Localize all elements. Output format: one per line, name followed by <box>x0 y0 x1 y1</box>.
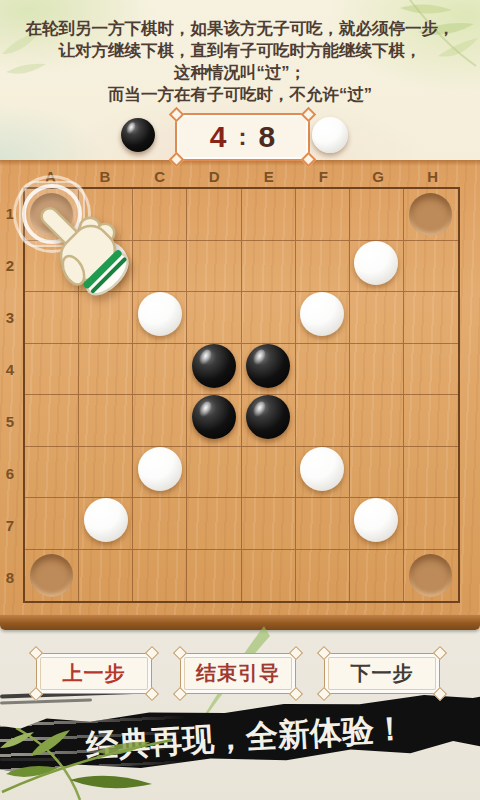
black-stone-D5 <box>192 395 236 439</box>
corner-hole-H1 <box>409 193 452 236</box>
col-label-H: H <box>405 167 460 186</box>
score-separator: : <box>239 125 247 149</box>
frame-corner <box>289 646 303 660</box>
cell-H8[interactable] <box>404 550 458 602</box>
frame-corner <box>301 107 317 123</box>
frame-corner <box>433 646 447 660</box>
frame-corner <box>145 687 159 701</box>
cell-G7[interactable] <box>350 498 404 550</box>
col-label-F: F <box>296 167 351 186</box>
app-screen: 在轮到另一方下棋时，如果该方无子可吃，就必须停一步， 让对方继续下棋，直到有子可… <box>0 0 480 800</box>
cell-F1[interactable] <box>296 189 350 241</box>
cell-E6[interactable] <box>242 447 296 499</box>
game-board: ABCDEFGH 12345678 <box>0 160 480 615</box>
cell-H6[interactable] <box>404 447 458 499</box>
black-score-stone <box>121 118 155 152</box>
end-guide-label: 结束引导 <box>196 660 280 687</box>
row-label-2: 2 <box>0 239 20 291</box>
frame-corner <box>145 646 159 660</box>
row-labels: 12345678 <box>0 187 20 603</box>
cell-C7[interactable] <box>133 498 187 550</box>
corner-hole-H8 <box>409 554 452 597</box>
cell-H2[interactable] <box>404 241 458 293</box>
cell-F3[interactable] <box>296 292 350 344</box>
black-stone-E5 <box>246 395 290 439</box>
cell-A5[interactable] <box>25 395 79 447</box>
rules-banner: 在轮到另一方下棋时，如果该方无子可吃，就必须停一步， 让对方继续下棋，直到有子可… <box>0 0 480 160</box>
rule-line-4: 而当一方在有子可吃时，不允许“过” <box>0 83 480 105</box>
cell-D1[interactable] <box>187 189 241 241</box>
cell-B7[interactable] <box>79 498 133 550</box>
rule-line-2: 让对方继续下棋，直到有子可吃时方能继续下棋， <box>0 39 480 61</box>
cell-E1[interactable] <box>242 189 296 241</box>
cell-H1[interactable] <box>404 189 458 241</box>
bottom-panel: 上一步 结束引导 下一步 经典再现，全新体验！ <box>0 630 480 800</box>
cell-C8[interactable] <box>133 550 187 602</box>
cell-F4[interactable] <box>296 344 350 396</box>
black-stone-D4 <box>192 344 236 388</box>
score-bar: 4 : 8 <box>0 108 480 160</box>
prev-step-button[interactable]: 上一步 <box>36 653 152 694</box>
cell-A7[interactable] <box>25 498 79 550</box>
row-label-5: 5 <box>0 395 20 447</box>
cell-D2[interactable] <box>187 241 241 293</box>
cell-G8[interactable] <box>350 550 404 602</box>
rules-text: 在轮到另一方下棋时，如果该方无子可吃，就必须停一步， 让对方继续下棋，直到有子可… <box>0 17 480 105</box>
white-score-stone <box>312 117 348 153</box>
cell-H5[interactable] <box>404 395 458 447</box>
cell-F5[interactable] <box>296 395 350 447</box>
bamboo-leaves-bottom-left-icon <box>0 728 212 800</box>
cell-H7[interactable] <box>404 498 458 550</box>
prev-step-label: 上一步 <box>63 660 126 687</box>
white-stone-G2 <box>354 241 398 285</box>
cell-F2[interactable] <box>296 241 350 293</box>
score-box: 4 : 8 <box>175 113 310 161</box>
cell-G3[interactable] <box>350 292 404 344</box>
cell-A8[interactable] <box>25 550 79 602</box>
cell-G2[interactable] <box>350 241 404 293</box>
corner-hole-A8 <box>30 554 73 597</box>
col-label-C: C <box>132 167 187 186</box>
row-label-3: 3 <box>0 291 20 343</box>
cell-A6[interactable] <box>25 447 79 499</box>
cell-D3[interactable] <box>187 292 241 344</box>
cell-G4[interactable] <box>350 344 404 396</box>
rule-line-3: 这种情况叫“过”； <box>0 61 480 83</box>
row-label-7: 7 <box>0 499 20 551</box>
row-label-6: 6 <box>0 447 20 499</box>
cell-B6[interactable] <box>79 447 133 499</box>
col-label-E: E <box>242 167 297 186</box>
cell-E5[interactable] <box>242 395 296 447</box>
cell-D7[interactable] <box>187 498 241 550</box>
frame-corner <box>289 687 303 701</box>
cell-D5[interactable] <box>187 395 241 447</box>
cell-E7[interactable] <box>242 498 296 550</box>
white-stone-G7 <box>354 498 398 542</box>
row-label-4: 4 <box>0 343 20 395</box>
cell-H3[interactable] <box>404 292 458 344</box>
cell-E4[interactable] <box>242 344 296 396</box>
cell-F6[interactable] <box>296 447 350 499</box>
cell-D6[interactable] <box>187 447 241 499</box>
cell-E2[interactable] <box>242 241 296 293</box>
cell-G6[interactable] <box>350 447 404 499</box>
tutorial-hand-cursor <box>24 192 146 314</box>
black-stone-E4 <box>246 344 290 388</box>
cell-D8[interactable] <box>187 550 241 602</box>
row-label-8: 8 <box>0 551 20 603</box>
white-stone-C6 <box>138 447 182 491</box>
cell-E3[interactable] <box>242 292 296 344</box>
cell-B8[interactable] <box>79 550 133 602</box>
frame-corner <box>317 646 331 660</box>
cell-C5[interactable] <box>133 395 187 447</box>
col-label-G: G <box>351 167 406 186</box>
cell-D4[interactable] <box>187 344 241 396</box>
cell-G1[interactable] <box>350 189 404 241</box>
cell-F7[interactable] <box>296 498 350 550</box>
cell-B5[interactable] <box>79 395 133 447</box>
frame-corner <box>29 646 43 660</box>
rule-line-1: 在轮到另一方下棋时，如果该方无子可吃，就必须停一步， <box>0 17 480 39</box>
end-guide-button[interactable]: 结束引导 <box>180 653 296 694</box>
cell-G5[interactable] <box>350 395 404 447</box>
frame-corner <box>317 687 331 701</box>
nav-buttons: 上一步 结束引导 下一步 <box>0 653 480 694</box>
frame-corner <box>169 107 185 123</box>
column-labels: ABCDEFGH <box>23 167 460 186</box>
next-step-button[interactable]: 下一步 <box>324 653 440 694</box>
white-stone-F3 <box>300 292 344 336</box>
next-step-label: 下一步 <box>351 660 414 687</box>
cell-B4[interactable] <box>79 344 133 396</box>
cell-C4[interactable] <box>133 344 187 396</box>
white-count: 8 <box>259 122 276 152</box>
black-count: 4 <box>210 122 227 152</box>
cell-F8[interactable] <box>296 550 350 602</box>
white-stone-F6 <box>300 447 344 491</box>
frame-corner <box>29 687 43 701</box>
col-label-D: D <box>187 167 242 186</box>
cell-H4[interactable] <box>404 344 458 396</box>
white-stone-B7 <box>84 498 128 542</box>
cell-C6[interactable] <box>133 447 187 499</box>
cell-E8[interactable] <box>242 550 296 602</box>
cell-A4[interactable] <box>25 344 79 396</box>
col-label-B: B <box>78 167 133 186</box>
ink-streak <box>0 698 92 704</box>
